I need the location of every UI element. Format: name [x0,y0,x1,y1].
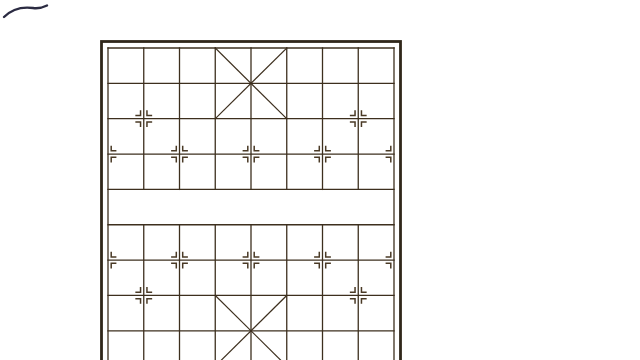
app-background: 楚河 漢界 象士將士車馬炮象炮卒卒卒卒車馬車馬車兵兵兵炮相炮馬相士帥士 孙昕昊 … [0,0,640,360]
board-grid [0,30,640,360]
bird-icon [0,0,60,26]
